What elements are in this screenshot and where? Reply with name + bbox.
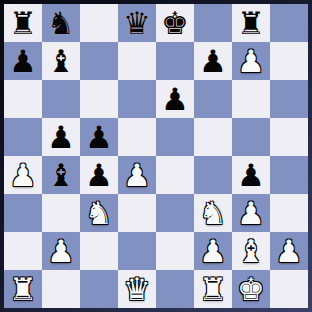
square-c7[interactable]: [80, 42, 118, 80]
piece-black-bishop[interactable]: ♝: [47, 42, 75, 80]
square-b6[interactable]: [42, 80, 80, 118]
piece-white-pawn[interactable]: ♟: [237, 194, 265, 232]
square-f6[interactable]: [194, 80, 232, 118]
square-e4[interactable]: [156, 156, 194, 194]
piece-white-pawn[interactable]: ♟: [9, 156, 37, 194]
square-d7[interactable]: [118, 42, 156, 80]
square-c4[interactable]: ♟: [80, 156, 118, 194]
square-a5[interactable]: [4, 118, 42, 156]
piece-white-pawn[interactable]: ♟: [237, 42, 265, 80]
square-a3[interactable]: [4, 194, 42, 232]
square-a6[interactable]: [4, 80, 42, 118]
square-b4[interactable]: ♝: [42, 156, 80, 194]
square-c3[interactable]: ♞: [80, 194, 118, 232]
square-b2[interactable]: ♟: [42, 232, 80, 270]
piece-black-pawn[interactable]: ♟: [237, 156, 265, 194]
square-a4[interactable]: ♟: [4, 156, 42, 194]
piece-white-rook[interactable]: ♜: [199, 270, 227, 308]
piece-white-bishop[interactable]: ♝: [237, 232, 265, 270]
piece-white-pawn[interactable]: ♟: [47, 232, 75, 270]
square-a1[interactable]: ♜: [4, 270, 42, 308]
square-f4[interactable]: [194, 156, 232, 194]
square-a7[interactable]: ♟: [4, 42, 42, 80]
square-g8[interactable]: ♜: [232, 4, 270, 42]
square-e7[interactable]: [156, 42, 194, 80]
square-a2[interactable]: [4, 232, 42, 270]
square-h3[interactable]: [270, 194, 308, 232]
square-c1[interactable]: [80, 270, 118, 308]
piece-black-pawn[interactable]: ♟: [47, 118, 75, 156]
square-b1[interactable]: [42, 270, 80, 308]
piece-black-bishop[interactable]: ♝: [47, 156, 75, 194]
piece-white-knight[interactable]: ♞: [85, 194, 113, 232]
piece-white-pawn[interactable]: ♟: [123, 156, 151, 194]
square-h8[interactable]: [270, 4, 308, 42]
piece-white-king[interactable]: ♚: [237, 270, 265, 308]
square-e1[interactable]: [156, 270, 194, 308]
piece-black-rook[interactable]: ♜: [9, 4, 37, 42]
piece-white-pawn[interactable]: ♟: [199, 232, 227, 270]
square-g1[interactable]: ♚: [232, 270, 270, 308]
square-d2[interactable]: [118, 232, 156, 270]
square-h4[interactable]: [270, 156, 308, 194]
square-g5[interactable]: [232, 118, 270, 156]
square-c6[interactable]: [80, 80, 118, 118]
square-d4[interactable]: ♟: [118, 156, 156, 194]
square-e2[interactable]: [156, 232, 194, 270]
square-e8[interactable]: ♚: [156, 4, 194, 42]
square-c5[interactable]: ♟: [80, 118, 118, 156]
piece-black-king[interactable]: ♚: [161, 4, 189, 42]
square-d5[interactable]: [118, 118, 156, 156]
piece-black-pawn[interactable]: ♟: [85, 156, 113, 194]
piece-black-queen[interactable]: ♛: [123, 4, 151, 42]
square-h7[interactable]: [270, 42, 308, 80]
square-g7[interactable]: ♟: [232, 42, 270, 80]
square-d3[interactable]: [118, 194, 156, 232]
square-e3[interactable]: [156, 194, 194, 232]
square-c2[interactable]: [80, 232, 118, 270]
piece-white-knight[interactable]: ♞: [199, 194, 227, 232]
square-a8[interactable]: ♜: [4, 4, 42, 42]
piece-black-pawn[interactable]: ♟: [161, 80, 189, 118]
square-b7[interactable]: ♝: [42, 42, 80, 80]
board-frame: ♜♞♛♚♜♟♝♟♟♟♟♟♟♝♟♟♟♞♞♟♟♟♝♟♜♛♜♚: [0, 0, 312, 312]
square-b5[interactable]: ♟: [42, 118, 80, 156]
square-g3[interactable]: ♟: [232, 194, 270, 232]
square-e5[interactable]: [156, 118, 194, 156]
square-g2[interactable]: ♝: [232, 232, 270, 270]
square-d1[interactable]: ♛: [118, 270, 156, 308]
square-h1[interactable]: [270, 270, 308, 308]
square-b3[interactable]: [42, 194, 80, 232]
piece-black-pawn[interactable]: ♟: [199, 42, 227, 80]
piece-black-pawn[interactable]: ♟: [85, 118, 113, 156]
square-d8[interactable]: ♛: [118, 4, 156, 42]
square-h6[interactable]: [270, 80, 308, 118]
square-e6[interactable]: ♟: [156, 80, 194, 118]
piece-black-pawn[interactable]: ♟: [9, 42, 37, 80]
piece-white-queen[interactable]: ♛: [123, 270, 151, 308]
square-d6[interactable]: [118, 80, 156, 118]
square-f2[interactable]: ♟: [194, 232, 232, 270]
square-f5[interactable]: [194, 118, 232, 156]
square-c8[interactable]: [80, 4, 118, 42]
piece-white-rook[interactable]: ♜: [9, 270, 37, 308]
square-h2[interactable]: ♟: [270, 232, 308, 270]
chess-board: ♜♞♛♚♜♟♝♟♟♟♟♟♟♝♟♟♟♞♞♟♟♟♝♟♜♛♜♚: [4, 4, 308, 308]
square-b8[interactable]: ♞: [42, 4, 80, 42]
square-g6[interactable]: [232, 80, 270, 118]
square-h5[interactable]: [270, 118, 308, 156]
square-f3[interactable]: ♞: [194, 194, 232, 232]
square-f7[interactable]: ♟: [194, 42, 232, 80]
square-f1[interactable]: ♜: [194, 270, 232, 308]
piece-black-rook[interactable]: ♜: [237, 4, 265, 42]
piece-black-knight[interactable]: ♞: [47, 4, 75, 42]
piece-white-pawn[interactable]: ♟: [275, 232, 303, 270]
square-f8[interactable]: [194, 4, 232, 42]
square-g4[interactable]: ♟: [232, 156, 270, 194]
